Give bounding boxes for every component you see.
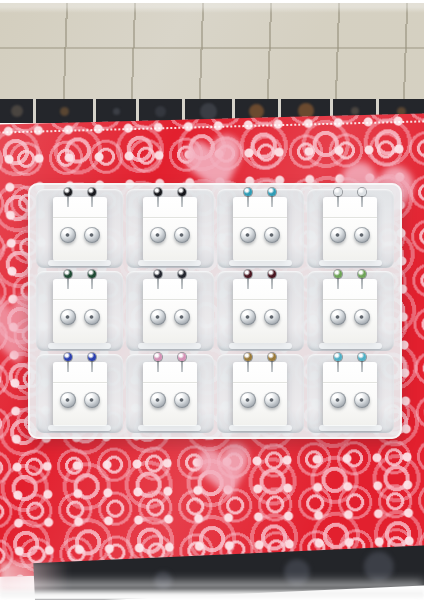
blister-cavity [126, 271, 213, 350]
silver-ball-clasp [60, 309, 76, 325]
silver-ball-clasp [84, 227, 100, 243]
gem-royal-blue [64, 353, 72, 361]
earring-pack-black [143, 197, 197, 261]
gem-amber [268, 353, 276, 361]
stud-pin [271, 276, 273, 289]
silver-ball-clasp [240, 309, 256, 325]
blister-cavity [217, 354, 304, 433]
shelf-slot [93, 99, 136, 123]
gem-teal-blue [268, 188, 276, 196]
blister-cavity [126, 354, 213, 433]
box-seam [143, 299, 197, 300]
silver-ball-clasp [60, 227, 76, 243]
silver-ball-clasp [354, 309, 370, 325]
box-seam [233, 382, 287, 383]
stud-pin [91, 276, 93, 289]
box-seam [323, 217, 377, 218]
gem-clear-crystal [334, 188, 342, 196]
blister-cavity [217, 189, 304, 268]
gem-black [178, 188, 186, 196]
box-seam [53, 299, 107, 300]
gem-aqua-blue [334, 353, 342, 361]
gem-black [88, 188, 96, 196]
silver-ball-clasp [240, 392, 256, 408]
gem-dark-red [244, 270, 252, 278]
blister-cavity [36, 354, 123, 433]
earring-pack-black [53, 197, 107, 261]
earring-pack-dark-green [53, 279, 107, 343]
gem-peridot-green [358, 270, 366, 278]
box-seam [233, 299, 287, 300]
silver-ball-clasp [174, 392, 190, 408]
store-wall-background [0, 3, 424, 101]
silver-ball-clasp [264, 392, 280, 408]
shelf-jewelry-item [113, 108, 120, 115]
box-seam [323, 382, 377, 383]
shelf-jewelry-item [155, 106, 166, 117]
counter-blurred-object [363, 551, 394, 582]
shelf-jewelry-item [60, 107, 69, 116]
earring-display-photo: ♥♥♥♥ [0, 0, 424, 600]
counter-blurred-object [283, 559, 310, 586]
blister-cavity [307, 271, 394, 350]
blister-cavity [36, 271, 123, 350]
heart-icon: ♥ [187, 431, 265, 514]
gem-dark-navy [154, 270, 162, 278]
stud-pin [181, 276, 183, 289]
stud-pin [247, 276, 249, 289]
blister-cavity [217, 271, 304, 350]
shelf-jewelry-item [200, 103, 217, 120]
blister-tray [28, 183, 402, 439]
shelf-jewelry-item [11, 105, 23, 117]
box-seam [53, 217, 107, 218]
photo-bottom-blur [0, 587, 424, 600]
earring-pack-pink [143, 362, 197, 426]
silver-ball-clasp [264, 227, 280, 243]
gem-royal-blue [88, 353, 96, 361]
gem-dark-green [88, 270, 96, 278]
silver-ball-clasp [174, 227, 190, 243]
silver-ball-clasp [150, 392, 166, 408]
box-seam [143, 217, 197, 218]
box-seam [143, 382, 197, 383]
silver-ball-clasp [174, 309, 190, 325]
silver-ball-clasp [84, 392, 100, 408]
earring-pack-teal-blue [233, 197, 287, 261]
gem-peridot-green [334, 270, 342, 278]
earring-pack-dark-red [233, 279, 287, 343]
silver-ball-clasp [150, 309, 166, 325]
gem-dark-green [64, 270, 72, 278]
gem-aqua-blue [358, 353, 366, 361]
silver-ball-clasp [330, 309, 346, 325]
silver-ball-clasp [354, 392, 370, 408]
stud-pin [67, 276, 69, 289]
blister-cavity [307, 189, 394, 268]
silver-ball-clasp [150, 227, 166, 243]
gem-black [64, 188, 72, 196]
silver-ball-clasp [240, 227, 256, 243]
silver-ball-clasp [330, 392, 346, 408]
earring-pack-peridot-green [323, 279, 377, 343]
silver-ball-clasp [330, 227, 346, 243]
gem-dark-red [268, 270, 276, 278]
shelf-jewelry-item [351, 107, 359, 115]
earring-pack-royal-blue [53, 362, 107, 426]
silver-ball-clasp [84, 309, 100, 325]
stud-pin [361, 276, 363, 289]
earring-pack-clear-crystal [323, 197, 377, 261]
shelf-jewelry-item [249, 104, 264, 119]
silver-ball-clasp [354, 227, 370, 243]
blister-cavity [126, 189, 213, 268]
stud-pin [337, 276, 339, 289]
earring-pack-dark-navy [143, 279, 197, 343]
box-seam [53, 382, 107, 383]
earring-pack-aqua-blue [323, 362, 377, 426]
shelf-slot [33, 99, 93, 123]
gem-pink [154, 353, 162, 361]
earring-pack-amber [233, 362, 287, 426]
gem-amber [244, 353, 252, 361]
gem-teal-blue [244, 188, 252, 196]
box-seam [323, 299, 377, 300]
box-seam [233, 217, 287, 218]
shelf-slot [0, 99, 33, 123]
stud-pin [157, 276, 159, 289]
blister-cavity [36, 189, 123, 268]
gem-pink [178, 353, 186, 361]
silver-ball-clasp [60, 392, 76, 408]
blister-cavity [307, 354, 394, 433]
silver-ball-clasp [264, 309, 280, 325]
gem-black [154, 188, 162, 196]
gem-dark-navy [178, 270, 186, 278]
gem-clear-crystal [358, 188, 366, 196]
